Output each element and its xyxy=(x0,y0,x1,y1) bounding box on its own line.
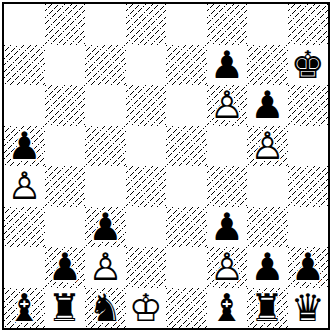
square-c1[interactable]: ♞ xyxy=(85,288,126,329)
square-h3[interactable] xyxy=(288,207,329,248)
square-f4[interactable] xyxy=(207,166,248,207)
square-g2[interactable]: ♟ xyxy=(247,247,288,288)
white-pawn: ♙ xyxy=(210,85,244,126)
square-g6[interactable]: ♟ xyxy=(247,85,288,126)
square-h8[interactable] xyxy=(288,4,329,45)
square-b5[interactable] xyxy=(45,126,86,167)
square-b6[interactable] xyxy=(45,85,86,126)
square-g5[interactable]: ♟♙ xyxy=(247,126,288,167)
black-pawn: ♟ xyxy=(48,247,82,288)
square-a8[interactable] xyxy=(4,4,45,45)
square-c3[interactable]: ♟ xyxy=(85,207,126,248)
square-d3[interactable] xyxy=(126,207,167,248)
black-pawn: ♟ xyxy=(88,207,122,248)
square-c5[interactable] xyxy=(85,126,126,167)
square-c8[interactable] xyxy=(85,4,126,45)
square-f5[interactable] xyxy=(207,126,248,167)
white-king: ♔ xyxy=(129,288,163,329)
square-e5[interactable] xyxy=(166,126,207,167)
square-h1[interactable]: ♛ xyxy=(288,288,329,329)
square-f3[interactable]: ♟ xyxy=(207,207,248,248)
square-d5[interactable] xyxy=(126,126,167,167)
square-f8[interactable] xyxy=(207,4,248,45)
black-pawn: ♟ xyxy=(7,126,41,167)
square-f7[interactable]: ♟ xyxy=(207,45,248,86)
square-e2[interactable] xyxy=(166,247,207,288)
square-g3[interactable] xyxy=(247,207,288,248)
square-b7[interactable] xyxy=(45,45,86,86)
square-g1[interactable]: ♜ xyxy=(247,288,288,329)
black-pawn: ♟ xyxy=(210,207,244,248)
square-d1[interactable]: ♚♔ xyxy=(126,288,167,329)
square-h7[interactable]: ♚ xyxy=(288,45,329,86)
square-c2[interactable]: ♟♙ xyxy=(85,247,126,288)
square-c7[interactable] xyxy=(85,45,126,86)
black-knight: ♞ xyxy=(88,288,122,329)
square-g4[interactable] xyxy=(247,166,288,207)
square-e3[interactable] xyxy=(166,207,207,248)
square-b3[interactable] xyxy=(45,207,86,248)
black-pawn: ♟ xyxy=(250,85,284,126)
black-pawn: ♟ xyxy=(291,247,325,288)
white-pawn: ♙ xyxy=(88,247,122,288)
square-e7[interactable] xyxy=(166,45,207,86)
white-pawn: ♙ xyxy=(7,166,41,207)
black-king: ♚ xyxy=(291,45,325,86)
diagram-background: ♟♚♟♙♟♟♟♙♟♙♟♟♟♟♙♟♙♟♟♝♜♞♚♔♝♜♛ xyxy=(0,0,332,332)
black-rook: ♜ xyxy=(48,288,82,329)
black-rook: ♜ xyxy=(250,288,284,329)
black-bishop: ♝ xyxy=(7,288,41,329)
square-a7[interactable] xyxy=(4,45,45,86)
square-b4[interactable] xyxy=(45,166,86,207)
square-b1[interactable]: ♜ xyxy=(45,288,86,329)
square-d8[interactable] xyxy=(126,4,167,45)
square-e8[interactable] xyxy=(166,4,207,45)
square-f6[interactable]: ♟♙ xyxy=(207,85,248,126)
black-queen: ♛ xyxy=(291,288,325,329)
square-g8[interactable] xyxy=(247,4,288,45)
square-a2[interactable] xyxy=(4,247,45,288)
square-a6[interactable] xyxy=(4,85,45,126)
square-c4[interactable] xyxy=(85,166,126,207)
black-bishop: ♝ xyxy=(210,288,244,329)
square-h4[interactable] xyxy=(288,166,329,207)
square-g7[interactable] xyxy=(247,45,288,86)
chess-board: ♟♚♟♙♟♟♟♙♟♙♟♟♟♟♙♟♙♟♟♝♜♞♚♔♝♜♛ xyxy=(2,2,330,330)
square-a1[interactable]: ♝ xyxy=(4,288,45,329)
white-pawn: ♙ xyxy=(210,247,244,288)
square-d6[interactable] xyxy=(126,85,167,126)
square-b2[interactable]: ♟ xyxy=(45,247,86,288)
square-a5[interactable]: ♟ xyxy=(4,126,45,167)
black-pawn: ♟ xyxy=(250,247,284,288)
black-pawn: ♟ xyxy=(210,45,244,86)
square-f2[interactable]: ♟♙ xyxy=(207,247,248,288)
square-h2[interactable]: ♟ xyxy=(288,247,329,288)
square-h5[interactable] xyxy=(288,126,329,167)
square-a4[interactable]: ♟♙ xyxy=(4,166,45,207)
white-pawn: ♙ xyxy=(250,126,284,167)
square-c6[interactable] xyxy=(85,85,126,126)
square-b8[interactable] xyxy=(45,4,86,45)
square-d7[interactable] xyxy=(126,45,167,86)
square-e6[interactable] xyxy=(166,85,207,126)
square-h6[interactable] xyxy=(288,85,329,126)
square-d4[interactable] xyxy=(126,166,167,207)
square-a3[interactable] xyxy=(4,207,45,248)
square-e1[interactable] xyxy=(166,288,207,329)
square-d2[interactable] xyxy=(126,247,167,288)
square-e4[interactable] xyxy=(166,166,207,207)
square-f1[interactable]: ♝ xyxy=(207,288,248,329)
